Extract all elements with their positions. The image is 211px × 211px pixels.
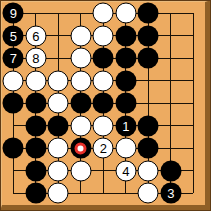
board-intersection[interactable] (70, 115, 93, 138)
white-stone (48, 183, 69, 204)
white-stone (25, 70, 46, 91)
board-intersection[interactable] (92, 115, 115, 138)
white-stone (93, 3, 114, 24)
board-intersection[interactable] (2, 137, 25, 160)
board-intersection[interactable] (137, 115, 160, 138)
board-intersection[interactable] (70, 160, 93, 183)
board-intersection[interactable] (47, 47, 70, 70)
board-intersection[interactable] (115, 182, 138, 205)
board-intersection[interactable] (92, 182, 115, 205)
board-intersection[interactable] (137, 70, 160, 93)
black-stone (25, 138, 46, 159)
board-intersection[interactable] (137, 25, 160, 48)
board-intersection[interactable] (182, 25, 205, 48)
board-intersection[interactable] (160, 115, 183, 138)
stone-number-label: 7 (10, 52, 17, 65)
board-intersection[interactable] (2, 160, 25, 183)
board-intersection[interactable] (92, 47, 115, 70)
black-stone (93, 93, 114, 114)
board-intersection[interactable]: 9 (2, 2, 25, 25)
board-intersection[interactable] (182, 47, 205, 70)
black-stone (25, 93, 46, 114)
stone-number-label: 8 (32, 52, 39, 65)
board-intersection[interactable] (115, 137, 138, 160)
go-board: 956781243 (0, 0, 211, 211)
stone-number-label: 3 (167, 187, 174, 200)
board-intersection[interactable]: 1 (115, 115, 138, 138)
black-stone (115, 48, 136, 69)
board-intersection[interactable] (160, 25, 183, 48)
black-stone (48, 115, 69, 136)
black-stone: 5 (3, 25, 24, 46)
white-stone (93, 25, 114, 46)
circle-marker-icon (75, 142, 87, 154)
stone-number-label: 2 (100, 142, 107, 155)
board-intersection[interactable] (182, 2, 205, 25)
board-intersection[interactable] (160, 70, 183, 93)
white-stone (70, 70, 91, 91)
white-stone (70, 25, 91, 46)
stone-number-label: 9 (10, 7, 17, 20)
board-intersection[interactable] (70, 25, 93, 48)
white-stone: 4 (115, 160, 136, 181)
white-stone: 6 (25, 25, 46, 46)
black-stone (138, 3, 159, 24)
black-stone (3, 138, 24, 159)
board-intersection[interactable] (92, 92, 115, 115)
black-stone (160, 160, 181, 181)
board-intersection[interactable] (70, 137, 93, 160)
board-intersection[interactable] (160, 92, 183, 115)
board-intersection[interactable]: 6 (25, 25, 48, 48)
go-board-grid: 956781243 (2, 2, 205, 205)
board-intersection[interactable] (2, 70, 25, 93)
white-stone (48, 138, 69, 159)
board-intersection[interactable] (160, 2, 183, 25)
board-intersection[interactable] (137, 160, 160, 183)
stone-number-label: 1 (122, 119, 129, 132)
white-stone (3, 70, 24, 91)
board-intersection[interactable] (160, 137, 183, 160)
board-intersection[interactable] (160, 160, 183, 183)
board-intersection[interactable] (70, 70, 93, 93)
board-intersection[interactable] (25, 2, 48, 25)
board-intersection[interactable] (47, 25, 70, 48)
board-intersection[interactable] (137, 137, 160, 160)
black-stone (70, 93, 91, 114)
white-stone (93, 115, 114, 136)
board-intersection[interactable] (137, 92, 160, 115)
board-intersection[interactable] (25, 115, 48, 138)
white-stone: 2 (93, 138, 114, 159)
board-intersection[interactable] (25, 160, 48, 183)
white-stone (48, 93, 69, 114)
white-stone (138, 183, 159, 204)
black-stone (3, 93, 24, 114)
board-intersection[interactable] (182, 70, 205, 93)
board-intersection[interactable] (182, 137, 205, 160)
board-intersection[interactable] (47, 160, 70, 183)
board-intersection[interactable] (92, 25, 115, 48)
stone-number-label: 5 (10, 29, 17, 42)
black-stone (93, 48, 114, 69)
white-stone (48, 70, 69, 91)
board-intersection[interactable] (47, 137, 70, 160)
black-stone (138, 25, 159, 46)
board-intersection[interactable]: 5 (2, 25, 25, 48)
board-intersection[interactable]: 4 (115, 160, 138, 183)
white-stone (70, 115, 91, 136)
board-intersection[interactable] (47, 70, 70, 93)
board-intersection[interactable] (2, 182, 25, 205)
black-stone (138, 48, 159, 69)
white-stone (115, 138, 136, 159)
black-stone (115, 70, 136, 91)
board-intersection[interactable] (92, 2, 115, 25)
board-intersection[interactable] (182, 160, 205, 183)
board-intersection[interactable] (137, 182, 160, 205)
board-intersection[interactable] (25, 137, 48, 160)
board-intersection[interactable] (182, 92, 205, 115)
board-intersection[interactable] (70, 182, 93, 205)
board-intersection[interactable] (182, 115, 205, 138)
board-intersection[interactable] (47, 92, 70, 115)
black-stone (138, 138, 159, 159)
board-intersection[interactable]: 3 (160, 182, 183, 205)
board-intersection[interactable] (70, 2, 93, 25)
white-stone (70, 48, 91, 69)
black-stone (25, 160, 46, 181)
board-intersection[interactable]: 7 (2, 47, 25, 70)
black-stone (138, 115, 159, 136)
black-stone (25, 183, 46, 204)
board-intersection[interactable] (115, 25, 138, 48)
white-stone (138, 160, 159, 181)
board-intersection[interactable] (2, 115, 25, 138)
white-stone (70, 160, 91, 181)
black-stone: 3 (160, 183, 181, 204)
black-stone (25, 115, 46, 136)
board-intersection[interactable] (2, 92, 25, 115)
board-intersection[interactable] (25, 70, 48, 93)
board-intersection[interactable] (70, 47, 93, 70)
board-intersection[interactable] (182, 182, 205, 205)
board-intersection[interactable]: 8 (25, 47, 48, 70)
board-intersection[interactable] (25, 182, 48, 205)
board-intersection[interactable] (92, 70, 115, 93)
black-stone: 1 (115, 115, 136, 136)
board-intersection[interactable] (47, 115, 70, 138)
board-intersection[interactable] (137, 2, 160, 25)
black-stone (115, 93, 136, 114)
white-stone: 8 (25, 48, 46, 69)
black-stone: 7 (3, 48, 24, 69)
white-stone (115, 3, 136, 24)
board-intersection[interactable] (70, 92, 93, 115)
board-intersection[interactable] (47, 182, 70, 205)
black-stone (70, 138, 91, 159)
board-intersection[interactable] (115, 92, 138, 115)
board-intersection[interactable] (115, 47, 138, 70)
white-stone (93, 70, 114, 91)
board-intersection[interactable] (160, 47, 183, 70)
board-intersection[interactable] (47, 2, 70, 25)
stone-number-label: 4 (122, 164, 129, 177)
board-intersection[interactable] (92, 160, 115, 183)
black-stone (115, 25, 136, 46)
board-intersection[interactable] (25, 92, 48, 115)
board-intersection[interactable] (137, 47, 160, 70)
black-stone: 9 (3, 3, 24, 24)
board-intersection[interactable]: 2 (92, 137, 115, 160)
white-stone (48, 160, 69, 181)
board-intersection[interactable] (115, 2, 138, 25)
stone-number-label: 6 (32, 29, 39, 42)
board-intersection[interactable] (115, 70, 138, 93)
